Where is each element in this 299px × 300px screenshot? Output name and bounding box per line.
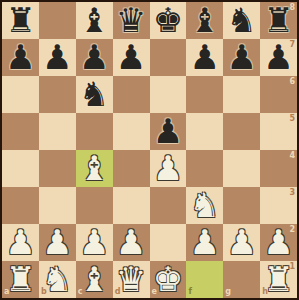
black-pawn-d7[interactable]: ♟: [116, 40, 146, 74]
white-bishop-c1[interactable]: ♝: [79, 262, 109, 296]
square-a6[interactable]: [2, 76, 39, 113]
square-f3[interactable]: ♞: [186, 187, 223, 224]
square-c5[interactable]: [76, 113, 113, 150]
black-pawn-e5[interactable]: ♟: [153, 114, 183, 148]
square-d4[interactable]: [113, 150, 150, 187]
black-pawn-b7[interactable]: ♟: [42, 40, 72, 74]
white-king-e1[interactable]: ♚: [153, 262, 183, 296]
black-pawn-g7[interactable]: ♟: [226, 40, 256, 74]
square-h6[interactable]: 6: [260, 76, 297, 113]
square-e8[interactable]: ♚: [150, 2, 187, 39]
white-pawn-g2[interactable]: ♟: [226, 225, 256, 259]
square-e6[interactable]: [150, 76, 187, 113]
square-g4[interactable]: [223, 150, 260, 187]
black-queen-d8[interactable]: ♛: [116, 3, 146, 37]
square-g6[interactable]: [223, 76, 260, 113]
square-e5[interactable]: ♟: [150, 113, 187, 150]
file-label-f: f: [188, 288, 191, 296]
square-b3[interactable]: [39, 187, 76, 224]
white-knight-f3[interactable]: ♞: [190, 188, 220, 222]
square-c7[interactable]: ♟: [76, 39, 113, 76]
square-b4[interactable]: [39, 150, 76, 187]
rank-label-6: 6: [289, 78, 295, 86]
square-g2[interactable]: ♟: [223, 224, 260, 261]
square-h7[interactable]: 7♟: [260, 39, 297, 76]
white-pawn-c2[interactable]: ♟: [79, 225, 109, 259]
square-d8[interactable]: ♛: [113, 2, 150, 39]
white-pawn-d2[interactable]: ♟: [116, 225, 146, 259]
square-e7[interactable]: [150, 39, 187, 76]
square-b7[interactable]: ♟: [39, 39, 76, 76]
square-d6[interactable]: [113, 76, 150, 113]
square-a2[interactable]: ♟: [2, 224, 39, 261]
square-c4[interactable]: ♝: [76, 150, 113, 187]
black-rook-h8[interactable]: ♜: [263, 3, 293, 37]
square-e4[interactable]: ♟: [150, 150, 187, 187]
square-b6[interactable]: [39, 76, 76, 113]
square-c3[interactable]: [76, 187, 113, 224]
square-f4[interactable]: [186, 150, 223, 187]
square-f1[interactable]: f: [186, 261, 223, 298]
square-a4[interactable]: [2, 150, 39, 187]
square-h3[interactable]: 3: [260, 187, 297, 224]
square-c6[interactable]: ♞: [76, 76, 113, 113]
rank-label-4: 4: [289, 152, 295, 160]
square-b8[interactable]: [39, 2, 76, 39]
white-rook-a1[interactable]: ♜: [5, 262, 35, 296]
white-pawn-f2[interactable]: ♟: [190, 225, 220, 259]
white-pawn-h2[interactable]: ♟: [263, 225, 293, 259]
square-e1[interactable]: e♚: [150, 261, 187, 298]
square-a5[interactable]: [2, 113, 39, 150]
square-d3[interactable]: [113, 187, 150, 224]
square-a7[interactable]: ♟: [2, 39, 39, 76]
white-pawn-b2[interactable]: ♟: [42, 225, 72, 259]
square-g7[interactable]: ♟: [223, 39, 260, 76]
square-f2[interactable]: ♟: [186, 224, 223, 261]
square-d1[interactable]: d♛: [113, 261, 150, 298]
white-rook-h1[interactable]: ♜: [263, 262, 293, 296]
square-c8[interactable]: ♝: [76, 2, 113, 39]
black-knight-c6[interactable]: ♞: [79, 77, 109, 111]
square-e2[interactable]: [150, 224, 187, 261]
square-h4[interactable]: 4: [260, 150, 297, 187]
square-d7[interactable]: ♟: [113, 39, 150, 76]
white-bishop-c4[interactable]: ♝: [79, 151, 109, 185]
square-g3[interactable]: [223, 187, 260, 224]
square-h2[interactable]: 2♟: [260, 224, 297, 261]
square-g8[interactable]: ♞: [223, 2, 260, 39]
square-a1[interactable]: a♜: [2, 261, 39, 298]
black-pawn-h7[interactable]: ♟: [263, 40, 293, 74]
rank-label-3: 3: [289, 189, 295, 197]
black-rook-a8[interactable]: ♜: [5, 3, 35, 37]
square-c2[interactable]: ♟: [76, 224, 113, 261]
black-bishop-f8[interactable]: ♝: [190, 3, 220, 37]
black-pawn-c7[interactable]: ♟: [79, 40, 109, 74]
black-king-e8[interactable]: ♚: [153, 3, 183, 37]
square-b2[interactable]: ♟: [39, 224, 76, 261]
square-g5[interactable]: [223, 113, 260, 150]
square-f5[interactable]: [186, 113, 223, 150]
square-d5[interactable]: [113, 113, 150, 150]
square-e3[interactable]: [150, 187, 187, 224]
rank-label-5: 5: [289, 115, 295, 123]
black-knight-g8[interactable]: ♞: [226, 3, 256, 37]
square-f6[interactable]: [186, 76, 223, 113]
square-g1[interactable]: g: [223, 261, 260, 298]
file-label-g: g: [225, 288, 231, 296]
square-c1[interactable]: c♝: [76, 261, 113, 298]
white-queen-d1[interactable]: ♛: [116, 262, 146, 296]
white-pawn-a2[interactable]: ♟: [5, 225, 35, 259]
black-pawn-a7[interactable]: ♟: [5, 40, 35, 74]
square-a8[interactable]: ♜: [2, 2, 39, 39]
square-a3[interactable]: [2, 187, 39, 224]
black-bishop-c8[interactable]: ♝: [79, 3, 109, 37]
square-d2[interactable]: ♟: [113, 224, 150, 261]
white-pawn-e4[interactable]: ♟: [153, 151, 183, 185]
chess-board: ♜♝♛♚♝♞8♜♟♟♟♟♟♟7♟♞6♟5♝♟4♞3♟♟♟♟♟♟2♟a♜b♞c♝d…: [0, 0, 299, 300]
square-h1[interactable]: 1h♜: [260, 261, 297, 298]
square-b5[interactable]: [39, 113, 76, 150]
square-h5[interactable]: 5: [260, 113, 297, 150]
square-f7[interactable]: ♟: [186, 39, 223, 76]
black-pawn-f7[interactable]: ♟: [190, 40, 220, 74]
square-b1[interactable]: b♞: [39, 261, 76, 298]
square-h8[interactable]: 8♜: [260, 2, 297, 39]
square-f8[interactable]: ♝: [186, 2, 223, 39]
white-knight-b1[interactable]: ♞: [42, 262, 72, 296]
